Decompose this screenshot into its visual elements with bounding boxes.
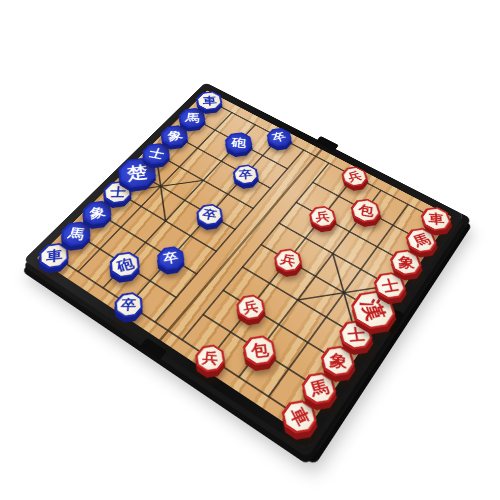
piece-red-cannon[interactable]: 包 (346, 195, 384, 226)
piece-face: 卒 (152, 243, 189, 274)
piece-face: 卒 (109, 288, 148, 322)
piece-character: 象 (166, 129, 184, 143)
piece-character: 兵 (315, 211, 330, 223)
piece-character: 楚 (126, 163, 148, 182)
piece-blue-soldier[interactable]: 卒 (192, 200, 228, 229)
piece-red-soldier[interactable]: 兵 (305, 202, 340, 231)
piece-character: 兵 (346, 170, 363, 183)
piece-character: 馬 (308, 378, 331, 399)
piece-character: 兵 (279, 253, 297, 268)
piece-red-soldier[interactable]: 兵 (338, 163, 372, 190)
piece-face: 卒 (192, 200, 228, 229)
piece-character: 車 (287, 405, 312, 429)
piece-character: 士 (147, 147, 165, 161)
piece-red-soldier[interactable]: 兵 (231, 290, 270, 324)
piece-face: 卒 (228, 161, 262, 188)
piece-face: 兵 (270, 245, 307, 276)
piece-character: 兵 (242, 300, 260, 315)
piece-character: 象 (397, 255, 414, 270)
piece-character: 兵 (201, 350, 219, 366)
piece-character: 包 (357, 203, 374, 218)
piece-face: 砲 (104, 248, 145, 283)
piece-character: 砲 (115, 256, 135, 274)
piece-character: 士 (109, 186, 126, 198)
piece-character: 卒 (120, 298, 136, 311)
piece-character: 卒 (271, 131, 287, 143)
photo-scene: 車馬象士楚士象馬車砲砲卒卒卒卒卒兵兵兵兵兵包包車馬象士漢士象馬車 (0, 0, 500, 500)
piece-character: 卒 (238, 169, 253, 180)
piece-face: 砲 (220, 129, 257, 157)
piece-blue-soldier[interactable]: 卒 (109, 288, 148, 322)
piece-face: 兵 (190, 340, 230, 377)
piece-character: 卒 (201, 208, 218, 221)
piece-face: 包 (346, 195, 384, 226)
piece-face: 包 (237, 331, 281, 371)
piece-face: 兵 (338, 163, 372, 190)
piece-character: 車 (202, 95, 217, 106)
piece-character: 包 (250, 341, 270, 359)
piece-red-soldier[interactable]: 兵 (190, 340, 230, 377)
piece-character: 馬 (66, 226, 86, 241)
piece-face: 兵 (231, 290, 270, 324)
piece-character: 馬 (410, 232, 432, 249)
piece-layer: 車馬象士楚士象馬車砲砲卒卒卒卒卒兵兵兵兵兵包包車馬象士漢士象馬車 (23, 82, 464, 450)
product-photo: 車馬象士楚士象馬車砲砲卒卒卒卒卒兵兵兵兵兵包包車馬象士漢士象馬車 (0, 0, 500, 500)
piece-blue-soldier[interactable]: 卒 (228, 161, 262, 188)
piece-character: 車 (428, 212, 445, 226)
piece-face: 兵 (305, 202, 340, 231)
piece-blue-cannon[interactable]: 砲 (104, 248, 145, 283)
piece-character: 象 (328, 352, 347, 370)
piece-character: 士 (379, 277, 400, 294)
piece-character: 車 (45, 248, 62, 263)
piece-character: 砲 (231, 137, 247, 149)
piece-blue-cannon[interactable]: 砲 (220, 129, 257, 157)
piece-face: 卒 (263, 125, 296, 150)
piece-character: 卒 (162, 251, 179, 266)
piece-character: 馬 (184, 112, 200, 123)
piece-blue-soldier[interactable]: 卒 (263, 125, 296, 150)
piece-red-cannon[interactable]: 包 (237, 331, 281, 371)
piece-blue-soldier[interactable]: 卒 (152, 243, 189, 274)
piece-red-soldier[interactable]: 兵 (270, 245, 307, 276)
xiangqi-board: 車馬象士楚士象馬車砲砲卒卒卒卒卒兵兵兵兵兵包包車馬象士漢士象馬車 (23, 82, 464, 450)
piece-character: 象 (88, 205, 106, 221)
